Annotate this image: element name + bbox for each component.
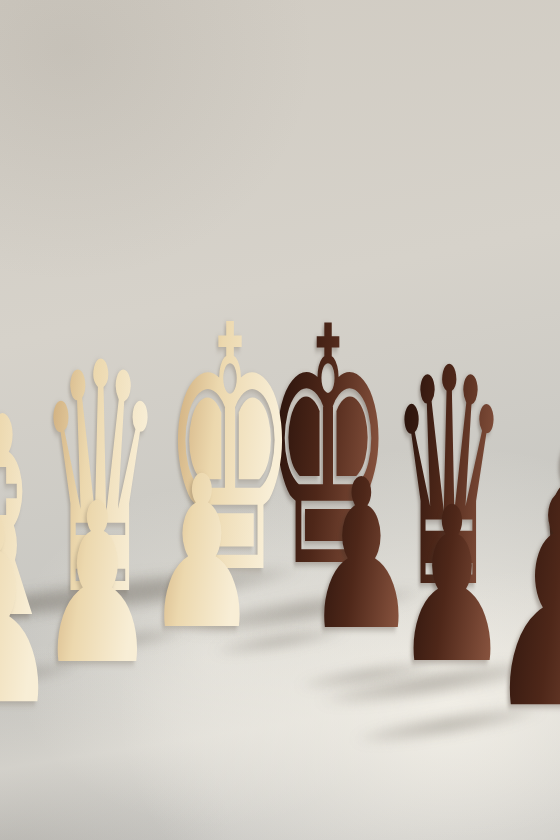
white-pawn-left-corner: ♟: [0, 485, 69, 740]
chess-pieces-photo: ♚♚♛♛♝♟♟♝♟♟♟♟: [0, 0, 560, 840]
black-pawn-right-corner: ♟: [475, 459, 560, 749]
